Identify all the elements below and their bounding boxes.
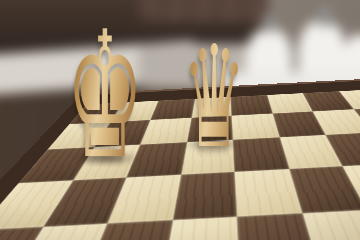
chess-photo-scene: ♚ ♛ — [0, 0, 360, 240]
board-square — [172, 172, 237, 220]
board-square — [160, 217, 241, 240]
board-square — [302, 210, 360, 240]
white-queen-piece: ♛ — [164, 27, 264, 168]
white-king-piece: ♚ — [55, 8, 155, 183]
bottle-cap — [318, 6, 332, 26]
